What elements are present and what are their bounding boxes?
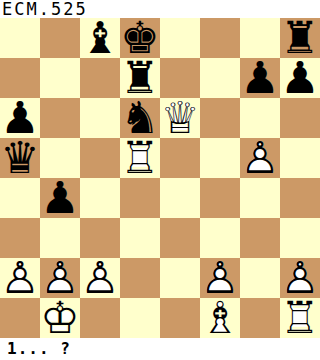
- chess-board: ♝♚♜♜♟♟♟♞♛♕♛♜♖♟♙♟♟♙♟♙♟♙♟♙♟♙♚♔♝♗♜♖: [0, 18, 320, 338]
- piece-black-bishop[interactable]: ♝: [80, 18, 120, 58]
- square-g2[interactable]: [240, 258, 280, 298]
- square-f6[interactable]: [200, 98, 240, 138]
- square-e5[interactable]: [160, 138, 200, 178]
- square-c1[interactable]: [80, 298, 120, 338]
- square-c2[interactable]: ♟♙: [80, 258, 120, 298]
- square-e8[interactable]: [160, 18, 200, 58]
- square-a2[interactable]: ♟♙: [0, 258, 40, 298]
- square-a1[interactable]: [0, 298, 40, 338]
- square-g3[interactable]: [240, 218, 280, 258]
- square-h4[interactable]: [280, 178, 320, 218]
- square-e2[interactable]: [160, 258, 200, 298]
- piece-black-pawn[interactable]: ♟: [280, 58, 320, 98]
- square-d2[interactable]: [120, 258, 160, 298]
- square-d4[interactable]: [120, 178, 160, 218]
- title-bar: ECM.525: [0, 0, 320, 18]
- piece-white-pawn[interactable]: ♙: [80, 258, 120, 298]
- square-e6[interactable]: ♛♕: [160, 98, 200, 138]
- square-d3[interactable]: [120, 218, 160, 258]
- piece-white-pawn[interactable]: ♙: [240, 138, 280, 178]
- square-e3[interactable]: [160, 218, 200, 258]
- square-c6[interactable]: [80, 98, 120, 138]
- square-e4[interactable]: [160, 178, 200, 218]
- square-b8[interactable]: [40, 18, 80, 58]
- square-h7[interactable]: ♟: [280, 58, 320, 98]
- square-a4[interactable]: [0, 178, 40, 218]
- square-h1[interactable]: ♜♖: [280, 298, 320, 338]
- square-c4[interactable]: [80, 178, 120, 218]
- square-d5[interactable]: ♜♖: [120, 138, 160, 178]
- square-d1[interactable]: [120, 298, 160, 338]
- piece-black-queen[interactable]: ♛: [0, 138, 40, 178]
- square-h6[interactable]: [280, 98, 320, 138]
- square-b6[interactable]: [40, 98, 80, 138]
- square-f5[interactable]: [200, 138, 240, 178]
- piece-white-pawn[interactable]: ♙: [0, 258, 40, 298]
- piece-white-rook[interactable]: ♖: [120, 138, 160, 178]
- square-e1[interactable]: [160, 298, 200, 338]
- square-c7[interactable]: [80, 58, 120, 98]
- square-b7[interactable]: [40, 58, 80, 98]
- piece-white-queen[interactable]: ♕: [160, 98, 200, 138]
- square-g1[interactable]: [240, 298, 280, 338]
- square-g7[interactable]: ♟: [240, 58, 280, 98]
- square-f1[interactable]: ♝♗: [200, 298, 240, 338]
- square-g4[interactable]: [240, 178, 280, 218]
- square-g5[interactable]: ♟♙: [240, 138, 280, 178]
- page-title: ECM.525: [0, 0, 88, 18]
- square-b1[interactable]: ♚♔: [40, 298, 80, 338]
- square-a5[interactable]: ♛: [0, 138, 40, 178]
- square-f8[interactable]: [200, 18, 240, 58]
- square-c8[interactable]: ♝: [80, 18, 120, 58]
- square-f7[interactable]: [200, 58, 240, 98]
- square-f4[interactable]: [200, 178, 240, 218]
- piece-white-king[interactable]: ♔: [40, 298, 80, 338]
- square-a8[interactable]: [0, 18, 40, 58]
- piece-white-bishop[interactable]: ♗: [200, 298, 240, 338]
- square-c5[interactable]: [80, 138, 120, 178]
- square-h5[interactable]: [280, 138, 320, 178]
- piece-black-pawn[interactable]: ♟: [240, 58, 280, 98]
- piece-black-pawn[interactable]: ♟: [40, 178, 80, 218]
- square-b4[interactable]: ♟: [40, 178, 80, 218]
- piece-white-rook[interactable]: ♖: [280, 298, 320, 338]
